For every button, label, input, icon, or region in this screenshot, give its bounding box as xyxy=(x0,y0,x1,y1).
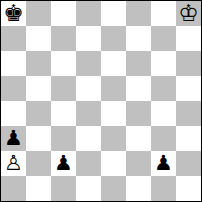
square-g1[interactable] xyxy=(151,176,176,201)
black-pawn[interactable]: ♟ xyxy=(4,128,23,149)
square-e8[interactable] xyxy=(101,1,126,26)
square-a3[interactable]: ♟ xyxy=(1,126,26,151)
square-g6[interactable] xyxy=(151,51,176,76)
white-king[interactable]: ♔ xyxy=(178,2,199,25)
square-a4[interactable] xyxy=(1,101,26,126)
square-f5[interactable] xyxy=(126,76,151,101)
square-g2[interactable]: ♟ xyxy=(151,151,176,176)
square-h7[interactable] xyxy=(176,26,201,51)
square-g5[interactable] xyxy=(151,76,176,101)
square-f8[interactable] xyxy=(126,1,151,26)
square-d7[interactable] xyxy=(76,26,101,51)
square-e6[interactable] xyxy=(101,51,126,76)
square-f1[interactable] xyxy=(126,176,151,201)
square-d2[interactable] xyxy=(76,151,101,176)
square-h3[interactable] xyxy=(176,126,201,151)
square-d5[interactable] xyxy=(76,76,101,101)
square-h2[interactable] xyxy=(176,151,201,176)
square-e3[interactable] xyxy=(101,126,126,151)
square-e2[interactable] xyxy=(101,151,126,176)
square-b5[interactable] xyxy=(26,76,51,101)
square-h1[interactable] xyxy=(176,176,201,201)
square-h5[interactable] xyxy=(176,76,201,101)
square-b8[interactable] xyxy=(26,1,51,26)
square-a5[interactable] xyxy=(1,76,26,101)
square-h8[interactable]: ♔ xyxy=(176,1,201,26)
square-g4[interactable] xyxy=(151,101,176,126)
square-f2[interactable] xyxy=(126,151,151,176)
square-d8[interactable] xyxy=(76,1,101,26)
square-a2[interactable]: ♙ xyxy=(1,151,26,176)
black-king[interactable]: ♚ xyxy=(3,2,24,25)
square-h4[interactable] xyxy=(176,101,201,126)
square-d6[interactable] xyxy=(76,51,101,76)
square-e1[interactable] xyxy=(101,176,126,201)
square-a7[interactable] xyxy=(1,26,26,51)
square-f6[interactable] xyxy=(126,51,151,76)
chess-diagram: ♚♔♟♙♟♟ xyxy=(0,0,202,202)
square-b1[interactable] xyxy=(26,176,51,201)
square-b4[interactable] xyxy=(26,101,51,126)
white-pawn[interactable]: ♙ xyxy=(4,153,23,174)
square-h6[interactable] xyxy=(176,51,201,76)
square-e5[interactable] xyxy=(101,76,126,101)
square-c3[interactable] xyxy=(51,126,76,151)
square-c1[interactable] xyxy=(51,176,76,201)
square-a6[interactable] xyxy=(1,51,26,76)
black-pawn[interactable]: ♟ xyxy=(54,153,73,174)
square-c7[interactable] xyxy=(51,26,76,51)
square-d4[interactable] xyxy=(76,101,101,126)
square-a1[interactable] xyxy=(1,176,26,201)
square-c8[interactable] xyxy=(51,1,76,26)
square-a8[interactable]: ♚ xyxy=(1,1,26,26)
square-d3[interactable] xyxy=(76,126,101,151)
square-b2[interactable] xyxy=(26,151,51,176)
square-c2[interactable]: ♟ xyxy=(51,151,76,176)
square-f7[interactable] xyxy=(126,26,151,51)
square-b6[interactable] xyxy=(26,51,51,76)
square-c6[interactable] xyxy=(51,51,76,76)
black-pawn[interactable]: ♟ xyxy=(154,153,173,174)
square-b7[interactable] xyxy=(26,26,51,51)
square-c4[interactable] xyxy=(51,101,76,126)
square-g8[interactable] xyxy=(151,1,176,26)
square-e7[interactable] xyxy=(101,26,126,51)
square-d1[interactable] xyxy=(76,176,101,201)
square-f4[interactable] xyxy=(126,101,151,126)
chess-board: ♚♔♟♙♟♟ xyxy=(0,0,202,202)
square-g7[interactable] xyxy=(151,26,176,51)
square-e4[interactable] xyxy=(101,101,126,126)
square-b3[interactable] xyxy=(26,126,51,151)
square-f3[interactable] xyxy=(126,126,151,151)
square-c5[interactable] xyxy=(51,76,76,101)
square-g3[interactable] xyxy=(151,126,176,151)
